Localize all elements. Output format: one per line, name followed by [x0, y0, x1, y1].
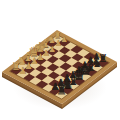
- piece-black-pawn: ♟: [56, 78, 65, 88]
- piece-black-pawn: ♟: [62, 74, 71, 84]
- piece-white-pawn: ♟: [43, 49, 50, 57]
- piece-white-pawn: ♟: [19, 66, 27, 75]
- piece-white-pawn: ♟: [31, 57, 39, 66]
- piece-black-rook: ♜: [98, 54, 107, 64]
- piece-white-queen: ♛: [28, 45, 40, 58]
- piece-white-pawn: ♟: [61, 36, 68, 44]
- pieces-layer: ♜♞♝♛♚♝♞♜♟♟♟♟♟♟♟♟♟♟♟♟♟♟♟♟♜♞♝♛♚♝♞♜: [0, 0, 120, 120]
- piece-black-bishop: ♝: [85, 61, 96, 74]
- piece-black-pawn: ♟: [80, 61, 88, 70]
- piece-black-pawn: ♟: [50, 82, 59, 92]
- piece-white-king: ♚: [34, 40, 46, 54]
- piece-white-knight: ♞: [17, 56, 27, 67]
- piece-black-pawn: ♟: [86, 56, 94, 65]
- piece-black-king: ♚: [78, 63, 92, 79]
- piece-black-pawn: ♟: [74, 65, 82, 74]
- piece-white-bishop: ♝: [41, 38, 51, 49]
- piece-white-knight: ♞: [47, 35, 56, 45]
- piece-black-knight: ♞: [92, 58, 102, 69]
- piece-white-bishop: ♝: [23, 51, 34, 63]
- chess-set-photo: ♜♞♝♛♚♝♞♜♟♟♟♟♟♟♟♟♟♟♟♟♟♟♟♟♜♞♝♛♚♝♞♜: [0, 0, 120, 120]
- piece-black-queen: ♛: [72, 68, 85, 83]
- piece-black-pawn: ♟: [92, 52, 100, 61]
- piece-black-knight: ♞: [62, 79, 74, 92]
- piece-black-rook: ♜: [56, 84, 67, 96]
- piece-white-pawn: ♟: [25, 62, 33, 71]
- piece-black-pawn: ♟: [68, 69, 76, 78]
- piece-black-bishop: ♝: [67, 73, 79, 87]
- piece-white-rook: ♜: [54, 31, 62, 40]
- piece-white-pawn: ♟: [49, 44, 56, 52]
- piece-white-rook: ♜: [11, 61, 21, 72]
- piece-white-pawn: ♟: [55, 40, 62, 48]
- piece-white-pawn: ♟: [37, 53, 45, 62]
